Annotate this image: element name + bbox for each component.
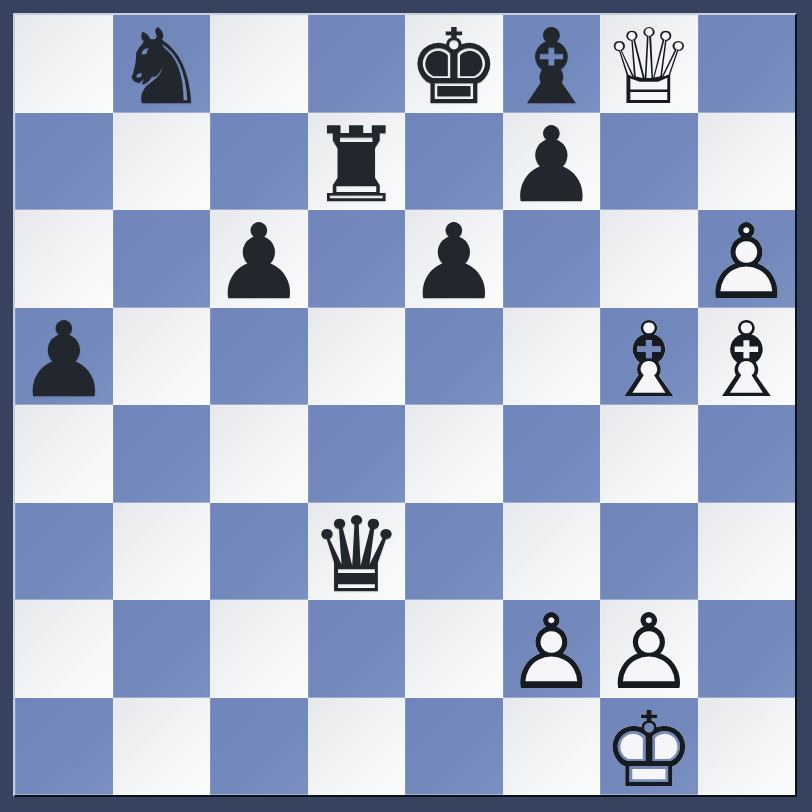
square-g5[interactable]: ♝♗ [600,308,698,406]
square-d6[interactable] [308,210,406,308]
square-a7[interactable] [15,113,113,211]
piece-white-bishop[interactable]: ♝♗ [600,308,698,406]
white-bishop-outline-icon: ♗ [602,308,695,412]
square-b5[interactable] [113,308,211,406]
square-h3[interactable] [698,503,796,601]
square-f8[interactable]: ♝ [503,15,601,113]
square-f5[interactable] [503,308,601,406]
piece-black-pawn[interactable]: ♟ [503,113,601,211]
square-h5[interactable]: ♝♗ [698,308,796,406]
piece-white-pawn[interactable]: ♟♙ [698,210,796,308]
white-bishop-outline-icon: ♗ [700,308,793,412]
piece-white-pawn[interactable]: ♟♙ [503,600,601,698]
square-a3[interactable] [15,503,113,601]
square-e5[interactable] [405,308,503,406]
square-a2[interactable] [15,600,113,698]
piece-black-pawn[interactable]: ♟ [15,308,113,406]
white-pawn-outline-icon: ♙ [505,600,598,704]
square-a8[interactable] [15,15,113,113]
piece-black-rook[interactable]: ♜ [308,113,406,211]
piece-black-queen[interactable]: ♛ [308,503,406,601]
square-f6[interactable] [503,210,601,308]
square-g4[interactable] [600,405,698,503]
piece-black-pawn[interactable]: ♟ [405,210,503,308]
square-h8[interactable] [698,15,796,113]
square-g8[interactable]: ♛♕ [600,15,698,113]
square-d5[interactable] [308,308,406,406]
square-h7[interactable] [698,113,796,211]
square-e1[interactable] [405,698,503,796]
square-c6[interactable]: ♟ [210,210,308,308]
piece-white-queen[interactable]: ♛♕ [600,15,698,113]
square-d8[interactable] [308,15,406,113]
square-g7[interactable] [600,113,698,211]
square-d2[interactable] [308,600,406,698]
square-h4[interactable] [698,405,796,503]
black-pawn-icon: ♟ [17,308,110,412]
square-a6[interactable] [15,210,113,308]
square-c5[interactable] [210,308,308,406]
square-f2[interactable]: ♟♙ [503,600,601,698]
piece-white-bishop[interactable]: ♝♗ [698,308,796,406]
board-outer-frame: ♞♚♝♛♕♜♟♟♟♟♙♟♝♗♝♗♛♟♙♟♙♚♔ [0,0,812,812]
square-b4[interactable] [113,405,211,503]
square-c3[interactable] [210,503,308,601]
black-pawn-icon: ♟ [505,113,598,217]
square-a4[interactable] [15,405,113,503]
black-queen-icon: ♛ [310,503,403,607]
white-queen-outline-icon: ♕ [602,15,695,119]
square-e6[interactable]: ♟ [405,210,503,308]
square-d7[interactable]: ♜ [308,113,406,211]
square-g3[interactable] [600,503,698,601]
square-h2[interactable] [698,600,796,698]
square-c7[interactable] [210,113,308,211]
black-knight-icon: ♞ [115,15,208,119]
square-f1[interactable] [503,698,601,796]
square-b1[interactable] [113,698,211,796]
square-e3[interactable] [405,503,503,601]
piece-black-knight[interactable]: ♞ [113,15,211,113]
square-h1[interactable] [698,698,796,796]
square-b6[interactable] [113,210,211,308]
square-c1[interactable] [210,698,308,796]
square-f7[interactable]: ♟ [503,113,601,211]
square-e2[interactable] [405,600,503,698]
piece-black-pawn[interactable]: ♟ [210,210,308,308]
square-h6[interactable]: ♟♙ [698,210,796,308]
square-b8[interactable]: ♞ [113,15,211,113]
square-b7[interactable] [113,113,211,211]
square-b3[interactable] [113,503,211,601]
square-d1[interactable] [308,698,406,796]
black-king-icon: ♚ [407,15,500,119]
square-a1[interactable] [15,698,113,796]
black-pawn-icon: ♟ [212,210,305,314]
square-g6[interactable] [600,210,698,308]
square-f3[interactable] [503,503,601,601]
square-g2[interactable]: ♟♙ [600,600,698,698]
black-rook-icon: ♜ [310,113,403,217]
board-frame: ♞♚♝♛♕♜♟♟♟♟♙♟♝♗♝♗♛♟♙♟♙♚♔ [13,13,797,797]
piece-black-bishop[interactable]: ♝ [503,15,601,113]
square-e4[interactable] [405,405,503,503]
black-pawn-icon: ♟ [407,210,500,314]
square-b2[interactable] [113,600,211,698]
piece-white-pawn[interactable]: ♟♙ [600,600,698,698]
square-c2[interactable] [210,600,308,698]
piece-white-king[interactable]: ♚♔ [600,698,698,796]
chess-board: ♞♚♝♛♕♜♟♟♟♟♙♟♝♗♝♗♛♟♙♟♙♚♔ [15,15,795,795]
square-g1[interactable]: ♚♔ [600,698,698,796]
square-e8[interactable]: ♚ [405,15,503,113]
white-king-outline-icon: ♔ [602,698,695,802]
square-c4[interactable] [210,405,308,503]
square-d4[interactable] [308,405,406,503]
square-a5[interactable]: ♟ [15,308,113,406]
square-f4[interactable] [503,405,601,503]
piece-black-king[interactable]: ♚ [405,15,503,113]
square-c8[interactable] [210,15,308,113]
square-d3[interactable]: ♛ [308,503,406,601]
square-e7[interactable] [405,113,503,211]
